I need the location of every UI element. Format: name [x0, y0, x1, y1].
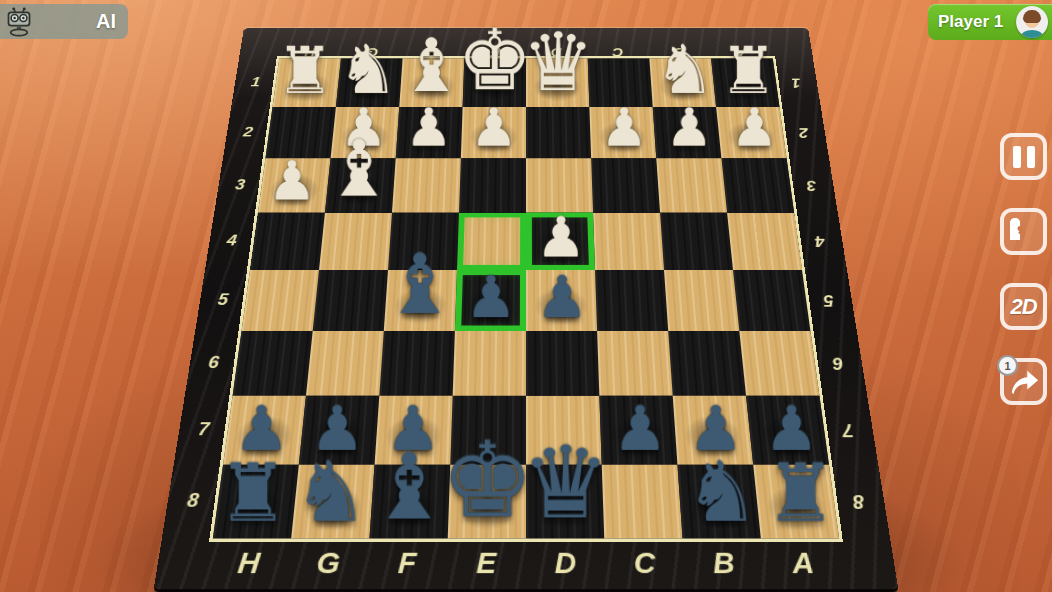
square-h8[interactable]: ♜ [213, 465, 299, 539]
square-e3[interactable] [459, 158, 526, 212]
square-h3[interactable]: ♟ [258, 158, 331, 212]
ai-player-bar: AI [0, 4, 128, 39]
avatar-hair [1023, 10, 1041, 23]
white-knight-b1[interactable]: ♞ [654, 35, 715, 103]
black-knight-g8[interactable]: ♞ [293, 449, 368, 533]
white-pawn-h3[interactable]: ♟ [267, 154, 316, 208]
black-bishop-f5[interactable]: ♝ [382, 244, 456, 326]
square-f6[interactable] [379, 331, 455, 396]
square-g4[interactable] [319, 213, 392, 270]
square-b5[interactable] [664, 270, 739, 331]
coord-label: 8 [852, 490, 867, 512]
black-queen-d8[interactable]: ♛ [520, 433, 609, 533]
coord-label: 3 [234, 177, 246, 194]
pause-icon [1013, 146, 1021, 168]
square-g5[interactable] [313, 270, 388, 331]
square-f8[interactable]: ♝ [369, 465, 450, 539]
share-button[interactable]: 1 [1000, 358, 1047, 405]
square-a8[interactable]: ♜ [753, 465, 839, 539]
black-rook-a8[interactable]: ♜ [764, 454, 835, 533]
side-controls: 2D 1 [1000, 133, 1047, 405]
robot-icon [5, 6, 33, 38]
square-d6[interactable] [526, 331, 599, 396]
square-g3[interactable]: ♝ [325, 158, 396, 212]
coord-label: 1 [250, 75, 261, 90]
white-king-e1[interactable]: ♚ [456, 19, 532, 103]
lock-icon [1010, 223, 1038, 241]
coord-label: 4 [814, 232, 826, 249]
coord-label: C [633, 546, 656, 581]
square-b6[interactable] [668, 331, 746, 396]
white-pawn-e2[interactable]: ♟ [470, 101, 517, 154]
player-name-label: Player 1 [938, 12, 1003, 32]
white-queen-d1[interactable]: ♛ [521, 22, 593, 103]
square-e4[interactable] [457, 213, 526, 270]
coord-label: F [397, 546, 417, 581]
human-player-bar: Player 1 [928, 4, 1052, 40]
square-c3[interactable] [591, 158, 660, 212]
lock-button[interactable] [1000, 208, 1047, 255]
square-c5[interactable] [595, 270, 668, 331]
square-g6[interactable] [306, 331, 384, 396]
coord-label: 7 [197, 419, 211, 440]
coord-label: 2 [242, 125, 254, 141]
square-b8[interactable]: ♞ [677, 465, 760, 539]
white-knight-g1[interactable]: ♞ [337, 35, 398, 103]
game-screen: HGFEDCBA HGFEDCBA 12345678 12345678 ♜♞♝♚… [0, 0, 1052, 592]
white-pawn-c2[interactable]: ♟ [600, 101, 647, 154]
white-rook-a1[interactable]: ♜ [719, 39, 777, 103]
square-f3[interactable] [392, 158, 461, 212]
white-pawn-a2[interactable]: ♟ [730, 101, 777, 154]
square-c2[interactable]: ♟ [589, 107, 656, 158]
view-2d-button[interactable]: 2D [1000, 283, 1047, 330]
black-pawn-c7[interactable]: ♟ [612, 398, 667, 459]
coord-label: D [555, 546, 577, 581]
square-g8[interactable]: ♞ [291, 465, 374, 539]
coord-label: 5 [823, 291, 836, 310]
square-c4[interactable] [593, 213, 664, 270]
coord-label: 6 [832, 353, 845, 373]
square-h5[interactable] [242, 270, 319, 331]
square-d8[interactable]: ♛ [526, 465, 604, 539]
black-king-e8[interactable]: ♚ [440, 429, 534, 533]
square-d5[interactable]: ♟ [526, 270, 597, 331]
square-d4[interactable]: ♟ [526, 213, 595, 270]
black-rook-h8[interactable]: ♜ [217, 454, 288, 533]
black-pawn-d5[interactable]: ♟ [536, 269, 588, 327]
square-e6[interactable] [453, 331, 526, 396]
coord-label: E [476, 546, 496, 581]
coord-label: G [315, 546, 341, 581]
square-b4[interactable] [660, 213, 733, 270]
coord-label: 4 [226, 232, 238, 249]
square-a5[interactable] [733, 270, 810, 331]
coord-label: H [236, 546, 262, 581]
chess-board-3d: HGFEDCBA HGFEDCBA 12345678 12345678 ♜♞♝♚… [154, 28, 899, 589]
square-e8[interactable]: ♚ [448, 465, 526, 539]
coord-label: 7 [841, 419, 855, 440]
player-avatar [1016, 6, 1048, 38]
square-c8[interactable] [602, 465, 683, 539]
square-h6[interactable] [233, 331, 313, 396]
pause-button[interactable] [1000, 133, 1047, 180]
square-e2[interactable]: ♟ [461, 107, 526, 158]
square-d2[interactable] [526, 107, 591, 158]
white-pawn-f2[interactable]: ♟ [405, 101, 452, 154]
black-knight-b8[interactable]: ♞ [684, 449, 759, 533]
square-b2[interactable]: ♟ [653, 107, 722, 158]
square-a3[interactable] [721, 158, 794, 212]
view-2d-label: 2D [1010, 294, 1036, 320]
square-a6[interactable] [739, 331, 819, 396]
square-b3[interactable] [656, 158, 727, 212]
square-a2[interactable]: ♟ [716, 107, 786, 158]
coord-label: 2 [798, 125, 810, 141]
avatar-shirt [1021, 30, 1043, 38]
ai-name-label: AI [96, 10, 116, 33]
coord-label: 5 [217, 291, 230, 310]
file-labels-near: HGFEDCBA [206, 538, 846, 589]
square-c7[interactable]: ♟ [599, 396, 677, 465]
coord-label: 1 [791, 75, 802, 90]
square-e5[interactable]: ♟ [455, 270, 526, 331]
white-rook-h1[interactable]: ♜ [275, 39, 333, 103]
coord-label: 6 [207, 353, 220, 373]
white-bishop-g3[interactable]: ♝ [324, 131, 394, 209]
share-badge: 1 [997, 355, 1018, 376]
square-f5[interactable]: ♝ [384, 270, 457, 331]
coord-label: 8 [186, 490, 201, 512]
board-squares: ♜♞♝♚♛♞♜♟♟♟♟♟♟♟♝♟♝♟♟♟♟♟♟♟♟♜♞♝♚♛♞♜ [209, 56, 843, 541]
white-bishop-f1[interactable]: ♝ [398, 30, 464, 103]
square-a4[interactable] [727, 213, 802, 270]
square-c6[interactable] [597, 331, 673, 396]
square-h4[interactable] [250, 213, 325, 270]
square-h1[interactable]: ♜ [273, 58, 341, 107]
white-pawn-b2[interactable]: ♟ [665, 101, 712, 154]
coord-label: A [790, 546, 816, 581]
square-f2[interactable]: ♟ [396, 107, 463, 158]
black-bishop-f8[interactable]: ♝ [368, 443, 449, 534]
coord-label: B [712, 546, 737, 581]
black-pawn-e5[interactable]: ♟ [465, 269, 517, 327]
white-pawn-d4[interactable]: ♟ [535, 210, 585, 266]
coord-label: 3 [806, 177, 818, 194]
square-d1[interactable]: ♛ [526, 58, 589, 107]
board-frame: HGFEDCBA HGFEDCBA 12345678 12345678 ♜♞♝♚… [154, 28, 899, 589]
